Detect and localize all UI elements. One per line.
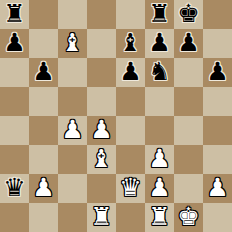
piece-black-rook[interactable]: ♜ [3, 0, 25, 28]
piece-white-bishop[interactable]: ♝ [90, 144, 112, 173]
square-b8[interactable] [29, 0, 58, 29]
square-e6[interactable]: ♟ [116, 58, 145, 87]
piece-white-queen[interactable]: ♛ [119, 173, 141, 202]
square-h1[interactable] [203, 203, 232, 232]
square-b3[interactable] [29, 145, 58, 174]
piece-black-pawn[interactable]: ♟ [32, 57, 54, 86]
square-a3[interactable] [0, 145, 29, 174]
square-d2[interactable] [87, 174, 116, 203]
piece-black-queen[interactable]: ♛ [3, 173, 25, 202]
piece-white-king[interactable]: ♚ [177, 202, 199, 231]
square-b2[interactable]: ♟ [29, 174, 58, 203]
piece-black-rook[interactable]: ♜ [148, 0, 170, 28]
square-d1[interactable]: ♜ [87, 203, 116, 232]
square-a2[interactable]: ♛ [0, 174, 29, 203]
square-e4[interactable] [116, 116, 145, 145]
piece-white-pawn[interactable]: ♟ [90, 115, 112, 144]
piece-black-pawn[interactable]: ♟ [3, 28, 25, 57]
square-h8[interactable] [203, 0, 232, 29]
square-h2[interactable]: ♟ [203, 174, 232, 203]
square-c1[interactable] [58, 203, 87, 232]
square-g4[interactable] [174, 116, 203, 145]
square-f6[interactable]: ♞ [145, 58, 174, 87]
piece-white-bishop[interactable]: ♝ [61, 28, 83, 57]
square-e1[interactable] [116, 203, 145, 232]
piece-black-bishop[interactable]: ♝ [119, 28, 141, 57]
square-h3[interactable] [203, 145, 232, 174]
square-e5[interactable] [116, 87, 145, 116]
square-g7[interactable]: ♟ [174, 29, 203, 58]
square-b7[interactable] [29, 29, 58, 58]
square-f7[interactable]: ♟ [145, 29, 174, 58]
piece-black-king[interactable]: ♚ [177, 0, 199, 28]
square-g6[interactable] [174, 58, 203, 87]
square-g5[interactable] [174, 87, 203, 116]
square-g2[interactable] [174, 174, 203, 203]
square-h4[interactable] [203, 116, 232, 145]
square-c7[interactable]: ♝ [58, 29, 87, 58]
piece-white-rook[interactable]: ♜ [148, 202, 170, 231]
square-g3[interactable] [174, 145, 203, 174]
square-d6[interactable] [87, 58, 116, 87]
square-f8[interactable]: ♜ [145, 0, 174, 29]
piece-white-pawn[interactable]: ♟ [32, 173, 54, 202]
piece-white-pawn[interactable]: ♟ [61, 115, 83, 144]
piece-black-pawn[interactable]: ♟ [119, 57, 141, 86]
square-d8[interactable] [87, 0, 116, 29]
square-c4[interactable]: ♟ [58, 116, 87, 145]
square-c5[interactable] [58, 87, 87, 116]
square-h5[interactable] [203, 87, 232, 116]
square-a4[interactable] [0, 116, 29, 145]
square-f2[interactable]: ♟ [145, 174, 174, 203]
square-e3[interactable] [116, 145, 145, 174]
square-a7[interactable]: ♟ [0, 29, 29, 58]
piece-white-pawn[interactable]: ♟ [148, 173, 170, 202]
square-f4[interactable] [145, 116, 174, 145]
square-c8[interactable] [58, 0, 87, 29]
square-a6[interactable] [0, 58, 29, 87]
square-e2[interactable]: ♛ [116, 174, 145, 203]
square-e7[interactable]: ♝ [116, 29, 145, 58]
square-c3[interactable] [58, 145, 87, 174]
square-d3[interactable]: ♝ [87, 145, 116, 174]
piece-black-pawn[interactable]: ♟ [206, 57, 228, 86]
square-e8[interactable] [116, 0, 145, 29]
square-d7[interactable] [87, 29, 116, 58]
square-c6[interactable] [58, 58, 87, 87]
square-b5[interactable] [29, 87, 58, 116]
square-f5[interactable] [145, 87, 174, 116]
piece-white-pawn[interactable]: ♟ [206, 173, 228, 202]
square-f1[interactable]: ♜ [145, 203, 174, 232]
piece-black-pawn[interactable]: ♟ [148, 28, 170, 57]
square-b6[interactable]: ♟ [29, 58, 58, 87]
square-b1[interactable] [29, 203, 58, 232]
square-g1[interactable]: ♚ [174, 203, 203, 232]
square-b4[interactable] [29, 116, 58, 145]
square-g8[interactable]: ♚ [174, 0, 203, 29]
square-a5[interactable] [0, 87, 29, 116]
chess-board: ♜♜♚♟♝♝♟♟♟♟♞♟♟♟♝♟♛♟♛♟♟♜♜♚ [0, 0, 232, 232]
piece-white-pawn[interactable]: ♟ [148, 144, 170, 173]
piece-black-pawn[interactable]: ♟ [177, 28, 199, 57]
square-d5[interactable] [87, 87, 116, 116]
square-a8[interactable]: ♜ [0, 0, 29, 29]
square-d4[interactable]: ♟ [87, 116, 116, 145]
piece-white-rook[interactable]: ♜ [90, 202, 112, 231]
square-c2[interactable] [58, 174, 87, 203]
square-h7[interactable] [203, 29, 232, 58]
piece-black-knight[interactable]: ♞ [148, 57, 170, 86]
square-f3[interactable]: ♟ [145, 145, 174, 174]
square-h6[interactable]: ♟ [203, 58, 232, 87]
square-a1[interactable] [0, 203, 29, 232]
